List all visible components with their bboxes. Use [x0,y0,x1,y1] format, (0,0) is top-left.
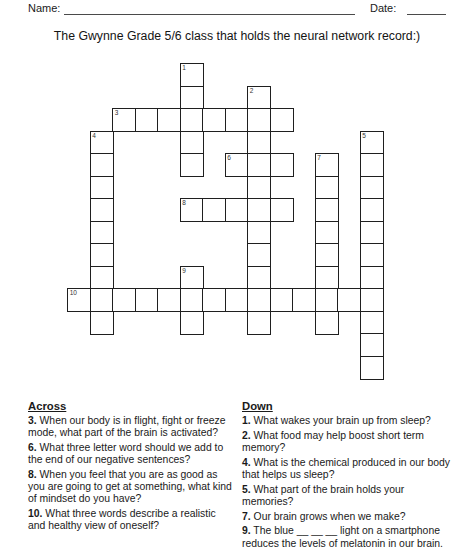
across-clue-list: 3. When our body is in flight, fight or … [28,415,235,532]
grid-cell[interactable] [315,221,339,245]
grid-cell[interactable] [360,176,384,200]
cell-number: 3 [115,109,119,117]
grid-cell[interactable] [270,108,294,132]
clue-number: 5. [242,484,251,495]
clue-item: 1. What wakes your brain up from sleep? [242,415,455,427]
grid-cell[interactable] [360,221,384,245]
grid-cell[interactable] [315,311,339,335]
grid-cell[interactable] [202,108,226,132]
down-heading: Down [242,400,455,412]
clue-number: 10. [28,508,42,519]
clue-item: 6. What three letter word should we add … [28,442,235,466]
grid-cell[interactable] [180,288,204,312]
clue-number: 4. [242,457,251,468]
name-label: Name: [28,2,60,15]
crossword-worksheet: { "game": "crossword", "title": "The Gwy… [0,0,474,555]
cell-number: 7 [317,154,321,162]
cell-number: 1 [182,64,186,72]
grid-cell[interactable] [157,288,181,312]
grid-cell[interactable] [135,288,159,312]
cell-number: 4 [92,132,96,140]
clue-item: 10. What three words describe a realisti… [28,508,235,532]
grid-cell[interactable] [247,153,271,177]
grid-cell[interactable] [180,153,204,177]
grid-cell[interactable] [112,288,136,312]
grid-cell[interactable] [247,221,271,245]
date-blank-line [407,14,446,15]
grid-cell[interactable] [315,243,339,267]
grid-cell[interactable] [360,243,384,267]
grid-cell[interactable]: 10 [67,288,91,312]
grid-cell[interactable] [360,266,384,290]
grid-cell[interactable] [180,86,204,110]
grid-cell[interactable] [247,288,271,312]
clue-item: 4. What is the chemical produced in our … [242,457,455,481]
grid-cell[interactable]: 8 [180,198,204,222]
grid-cell[interactable] [202,198,226,222]
grid-cell[interactable] [337,288,361,312]
grid-cell[interactable] [247,176,271,200]
grid-cell[interactable] [270,198,294,222]
grid-cell[interactable] [202,288,226,312]
date-label: Date: [370,2,396,15]
grid-cell[interactable] [247,108,271,132]
down-clue-list: 1. What wakes your brain up from sleep?2… [242,415,455,550]
clue-number: 3. [28,415,37,426]
grid-cell[interactable] [247,243,271,267]
grid-cell[interactable]: 2 [247,86,271,110]
grid-cell[interactable] [270,153,294,177]
grid-cell[interactable] [225,198,249,222]
grid-cell[interactable] [180,311,204,335]
grid-cell[interactable]: 3 [112,108,136,132]
grid-cell[interactable] [292,288,316,312]
clue-item: 3. When our body is in flight, fight or … [28,415,235,439]
grid-cell[interactable] [90,221,114,245]
grid-cell[interactable] [360,198,384,222]
worksheet-title: The Gwynne Grade 5/6 class that holds th… [0,29,474,44]
down-clues-section: Down 1. What wakes your brain up from sl… [242,400,455,552]
grid-cell[interactable] [360,356,384,380]
cell-number: 5 [362,132,366,140]
grid-cell[interactable] [315,288,339,312]
clue-item: 7. Our brain grows when we make? [242,511,455,523]
clue-item: 9. The blue __ __ __ light on a smartpho… [242,525,455,549]
grid-cell[interactable] [90,243,114,267]
grid-cell[interactable] [247,198,271,222]
grid-cell[interactable] [247,131,271,155]
grid-cell[interactable] [225,288,249,312]
clue-item: 8. When you feel that you are as good as… [28,469,235,506]
grid-cell[interactable] [315,198,339,222]
clue-item: 5. What part of the brain holds your mem… [242,484,455,508]
grid-cell[interactable]: 5 [360,131,384,155]
grid-cell[interactable] [360,311,384,335]
grid-cell[interactable] [90,153,114,177]
grid-cell[interactable] [180,131,204,155]
grid-cell[interactable] [90,176,114,200]
clue-number: 9. [242,525,251,536]
cell-number: 8 [182,199,186,207]
cell-number: 10 [70,289,77,297]
grid-cell[interactable] [360,288,384,312]
grid-cell[interactable]: 1 [180,63,204,87]
grid-cell[interactable] [225,108,249,132]
grid-cell[interactable] [90,288,114,312]
name-blank-line [64,14,355,15]
clue-number: 1. [242,415,251,426]
clue-number: 8. [28,469,37,480]
grid-cell[interactable] [247,266,271,290]
grid-cell[interactable]: 9 [180,266,204,290]
grid-cell[interactable] [157,108,181,132]
cell-number: 6 [227,154,231,162]
clue-number: 6. [28,442,37,453]
clue-number: 7. [242,511,251,522]
grid-cell[interactable] [135,108,159,132]
grid-cell[interactable] [315,266,339,290]
grid-cell[interactable]: 7 [315,153,339,177]
clue-item: 2. What food may help boost short term m… [242,430,455,454]
grid-cell[interactable] [270,288,294,312]
grid-cell[interactable] [315,176,339,200]
clue-number: 2. [242,430,251,441]
cell-number: 2 [250,87,254,95]
grid-cell[interactable] [360,153,384,177]
grid-cell[interactable] [360,333,384,357]
grid-cell[interactable]: 6 [225,153,249,177]
grid-cell[interactable] [180,108,204,132]
grid-cell[interactable] [90,311,114,335]
grid-cell[interactable] [247,311,271,335]
grid-cell[interactable] [90,198,114,222]
grid-cell[interactable]: 4 [90,131,114,155]
grid-cell[interactable] [90,266,114,290]
across-clues-section: Across 3. When our body is in flight, fi… [28,400,235,535]
cell-number: 9 [182,267,186,275]
crossword-grid: 12345678910 [68,64,383,379]
across-heading: Across [28,400,235,412]
